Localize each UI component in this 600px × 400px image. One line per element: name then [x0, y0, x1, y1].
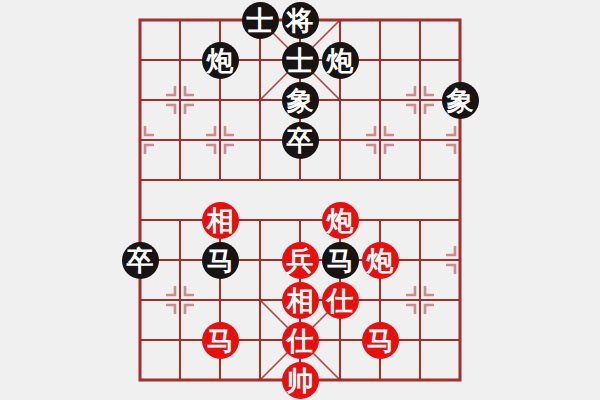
piece-black-horse[interactable]: 马 [322, 242, 359, 279]
piece-black-advisor[interactable]: 士 [242, 2, 279, 39]
piece-black-soldier[interactable]: 卒 [122, 242, 159, 279]
piece-red-horse[interactable]: 马 [362, 322, 399, 359]
piece-black-horse[interactable]: 马 [202, 242, 239, 279]
piece-black-general[interactable]: 将 [282, 2, 319, 39]
piece-red-horse[interactable]: 马 [202, 322, 239, 359]
xiangqi-app-background: 士将炮士炮象象卒卒马马相炮兵炮相仕马仕马帅 [0, 0, 600, 400]
piece-black-elephant[interactable]: 象 [282, 82, 319, 119]
piece-black-cannon[interactable]: 炮 [322, 42, 359, 79]
piece-red-cannon[interactable]: 炮 [322, 202, 359, 239]
piece-red-soldier[interactable]: 兵 [282, 242, 319, 279]
piece-red-general[interactable]: 帅 [282, 362, 319, 399]
piece-black-advisor[interactable]: 士 [282, 42, 319, 79]
piece-black-elephant[interactable]: 象 [442, 82, 479, 119]
piece-red-elephant[interactable]: 相 [282, 282, 319, 319]
piece-red-advisor[interactable]: 仕 [282, 322, 319, 359]
piece-black-soldier[interactable]: 卒 [282, 122, 319, 159]
piece-red-cannon[interactable]: 炮 [362, 242, 399, 279]
piece-black-cannon[interactable]: 炮 [202, 42, 239, 79]
piece-red-advisor[interactable]: 仕 [322, 282, 359, 319]
pieces-layer: 士将炮士炮象象卒卒马马相炮兵炮相仕马仕马帅 [120, 0, 480, 400]
xiangqi-board: 士将炮士炮象象卒卒马马相炮兵炮相仕马仕马帅 [120, 0, 480, 400]
piece-red-elephant[interactable]: 相 [202, 202, 239, 239]
